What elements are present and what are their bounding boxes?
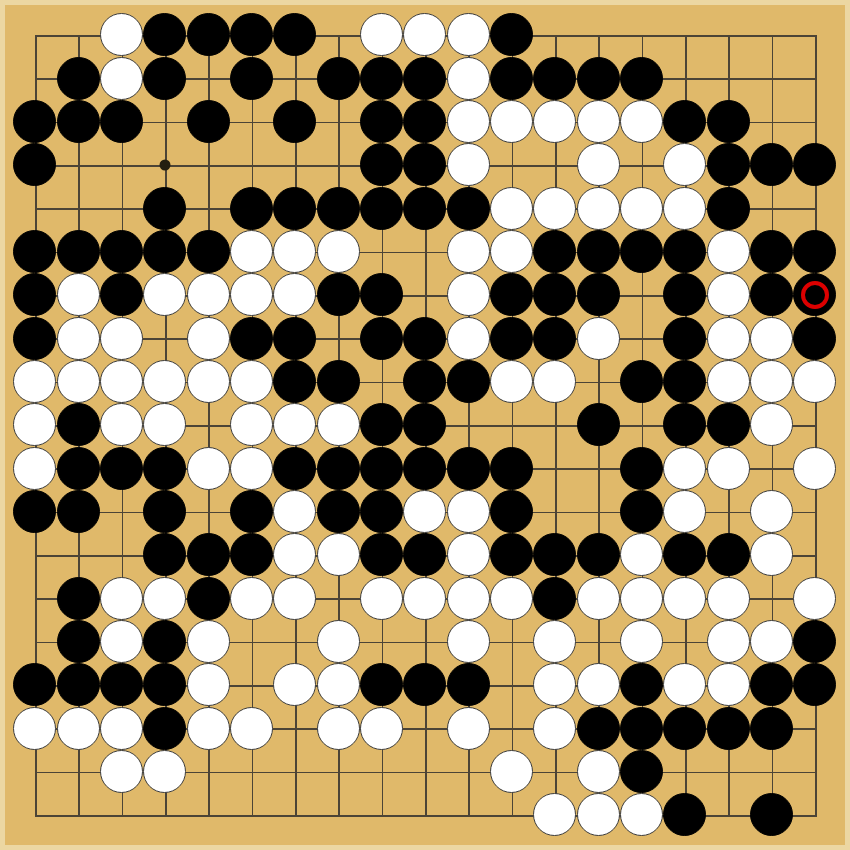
black-stone — [663, 273, 706, 316]
board-intersection[interactable] — [707, 490, 750, 533]
board-intersection[interactable] — [143, 793, 186, 836]
board-intersection[interactable] — [620, 143, 663, 186]
board-point — [13, 360, 56, 403]
board-point — [663, 793, 706, 836]
board-intersection[interactable] — [577, 447, 620, 490]
black-stone — [620, 663, 663, 706]
black-stone — [273, 13, 316, 56]
black-stone — [100, 100, 143, 143]
white-stone — [533, 663, 576, 706]
board-intersection[interactable] — [230, 143, 273, 186]
black-stone — [360, 143, 403, 186]
board-point — [620, 490, 663, 533]
board-point — [707, 273, 750, 316]
board-point — [273, 100, 316, 143]
board-point — [57, 447, 100, 490]
board-point — [707, 230, 750, 273]
white-stone — [187, 317, 230, 360]
board-point — [663, 577, 706, 620]
white-stone — [317, 230, 360, 273]
board-point — [447, 447, 490, 490]
white-stone — [707, 577, 750, 620]
board-intersection[interactable] — [663, 620, 706, 663]
board-point — [577, 707, 620, 750]
board-intersection[interactable] — [187, 143, 230, 186]
board-point — [187, 273, 230, 316]
board-intersection[interactable] — [750, 57, 793, 100]
white-stone — [533, 360, 576, 403]
board-intersection[interactable] — [750, 577, 793, 620]
black-stone — [663, 707, 706, 750]
black-stone — [143, 533, 186, 576]
black-stone — [750, 143, 793, 186]
board-intersection[interactable] — [447, 403, 490, 446]
board-intersection[interactable] — [360, 750, 403, 793]
board-intersection[interactable] — [577, 13, 620, 56]
board-intersection[interactable] — [663, 57, 706, 100]
board-point — [490, 13, 533, 56]
board-intersection[interactable] — [620, 403, 663, 446]
board-intersection[interactable] — [13, 187, 56, 230]
board-intersection[interactable] — [317, 13, 360, 56]
board-point — [750, 533, 793, 576]
black-stone — [273, 317, 316, 360]
board-intersection[interactable] — [360, 230, 403, 273]
board-intersection[interactable] — [620, 273, 663, 316]
board-point — [577, 750, 620, 793]
board-intersection[interactable] — [187, 490, 230, 533]
board-intersection[interactable] — [317, 750, 360, 793]
black-stone — [577, 707, 620, 750]
white-stone — [403, 13, 446, 56]
board-intersection[interactable] — [13, 750, 56, 793]
board-intersection[interactable] — [317, 577, 360, 620]
board-intersection[interactable] — [793, 57, 836, 100]
black-stone — [793, 273, 836, 316]
board-intersection[interactable] — [620, 13, 663, 56]
board-intersection[interactable] — [360, 620, 403, 663]
board-intersection[interactable] — [57, 13, 100, 56]
board-intersection[interactable] — [403, 793, 446, 836]
board-intersection[interactable] — [533, 490, 576, 533]
board-point — [663, 490, 706, 533]
black-stone — [663, 100, 706, 143]
white-stone — [273, 577, 316, 620]
board-point — [230, 273, 273, 316]
white-stone — [577, 100, 620, 143]
black-stone — [360, 447, 403, 490]
board-point — [577, 793, 620, 836]
board-intersection[interactable] — [793, 490, 836, 533]
board-intersection[interactable] — [273, 143, 316, 186]
board-intersection[interactable] — [707, 750, 750, 793]
board-point — [57, 317, 100, 360]
board-point — [143, 360, 186, 403]
board-point — [403, 13, 446, 56]
board-intersection[interactable] — [13, 57, 56, 100]
board-point — [447, 663, 490, 706]
black-stone — [620, 447, 663, 490]
board-point — [793, 317, 836, 360]
board-point — [403, 447, 446, 490]
board-intersection[interactable] — [707, 13, 750, 56]
board-point — [143, 57, 186, 100]
board-point — [360, 403, 403, 446]
board-point — [317, 230, 360, 273]
board-point — [533, 187, 576, 230]
board-point — [100, 57, 143, 100]
black-stone — [793, 663, 836, 706]
board-point — [663, 403, 706, 446]
black-stone — [533, 57, 576, 100]
white-stone — [750, 533, 793, 576]
board-intersection[interactable] — [100, 533, 143, 576]
white-stone — [577, 793, 620, 836]
board-intersection[interactable] — [143, 100, 186, 143]
board-intersection[interactable] — [533, 447, 576, 490]
board-intersection[interactable] — [13, 793, 56, 836]
board-point — [143, 230, 186, 273]
board-point — [273, 577, 316, 620]
white-stone — [707, 317, 750, 360]
board-intersection[interactable] — [317, 317, 360, 360]
board-point — [663, 100, 706, 143]
board-intersection[interactable] — [577, 620, 620, 663]
black-stone — [57, 447, 100, 490]
board-intersection[interactable] — [403, 230, 446, 273]
black-stone — [360, 100, 403, 143]
board-point — [447, 57, 490, 100]
black-stone — [57, 620, 100, 663]
board-point — [317, 447, 360, 490]
board-intersection[interactable] — [100, 793, 143, 836]
black-stone — [403, 100, 446, 143]
board-point — [317, 707, 360, 750]
white-stone — [57, 273, 100, 316]
board-point — [187, 577, 230, 620]
board-point — [230, 187, 273, 230]
black-stone — [490, 490, 533, 533]
black-stone — [663, 403, 706, 446]
board-point — [230, 230, 273, 273]
board-intersection[interactable] — [707, 57, 750, 100]
board-intersection[interactable] — [187, 187, 230, 230]
board-intersection[interactable] — [490, 663, 533, 706]
black-stone — [403, 143, 446, 186]
black-stone — [13, 230, 56, 273]
board-point — [663, 143, 706, 186]
white-stone — [707, 620, 750, 663]
board-point — [403, 663, 446, 706]
board-point — [57, 663, 100, 706]
board-point — [187, 533, 230, 576]
board-intersection[interactable] — [793, 187, 836, 230]
white-stone — [750, 360, 793, 403]
black-stone — [533, 317, 576, 360]
white-stone — [57, 360, 100, 403]
board-intersection[interactable] — [187, 750, 230, 793]
board-intersection[interactable] — [360, 793, 403, 836]
board-point — [663, 360, 706, 403]
board-intersection[interactable] — [533, 143, 576, 186]
board-intersection[interactable] — [663, 13, 706, 56]
board-point — [793, 447, 836, 490]
board-point — [360, 273, 403, 316]
board-intersection[interactable] — [793, 403, 836, 446]
white-stone — [403, 490, 446, 533]
black-stone — [230, 317, 273, 360]
board-point — [533, 707, 576, 750]
board-point — [143, 750, 186, 793]
white-stone — [663, 447, 706, 490]
black-stone — [533, 533, 576, 576]
board-point — [57, 490, 100, 533]
board-point — [13, 403, 56, 446]
board-point — [707, 663, 750, 706]
board-intersection[interactable] — [403, 707, 446, 750]
board-intersection[interactable] — [793, 707, 836, 750]
board-point — [13, 317, 56, 360]
board-intersection[interactable] — [447, 793, 490, 836]
white-stone — [620, 533, 663, 576]
black-stone — [143, 620, 186, 663]
board-intersection[interactable] — [187, 403, 230, 446]
white-stone — [187, 620, 230, 663]
white-stone — [663, 187, 706, 230]
board-point — [577, 273, 620, 316]
go-board — [0, 0, 850, 850]
board-intersection[interactable] — [403, 273, 446, 316]
black-stone — [100, 230, 143, 273]
board-intersection[interactable] — [663, 750, 706, 793]
black-stone — [707, 533, 750, 576]
board-point — [143, 447, 186, 490]
board-point — [317, 273, 360, 316]
board-intersection[interactable] — [143, 143, 186, 186]
board-intersection[interactable] — [187, 793, 230, 836]
black-stone — [620, 360, 663, 403]
board-intersection[interactable] — [57, 793, 100, 836]
board-intersection[interactable] — [490, 620, 533, 663]
black-stone — [750, 707, 793, 750]
board-intersection[interactable] — [403, 750, 446, 793]
white-stone — [577, 750, 620, 793]
white-stone — [533, 707, 576, 750]
board-intersection[interactable] — [403, 620, 446, 663]
black-stone — [57, 230, 100, 273]
black-stone — [533, 577, 576, 620]
board-intersection[interactable] — [490, 793, 533, 836]
board-intersection[interactable] — [100, 490, 143, 533]
board-point — [100, 13, 143, 56]
board-intersection[interactable] — [230, 793, 273, 836]
white-stone — [663, 490, 706, 533]
board-point — [533, 620, 576, 663]
board-point — [187, 100, 230, 143]
white-stone — [360, 707, 403, 750]
white-stone — [533, 620, 576, 663]
board-intersection[interactable] — [533, 403, 576, 446]
board-intersection[interactable] — [13, 533, 56, 576]
board-intersection[interactable] — [317, 143, 360, 186]
white-stone — [100, 317, 143, 360]
board-point — [447, 620, 490, 663]
board-intersection[interactable] — [273, 57, 316, 100]
board-intersection[interactable] — [750, 447, 793, 490]
black-stone — [577, 273, 620, 316]
board-intersection[interactable] — [57, 187, 100, 230]
board-intersection[interactable] — [447, 750, 490, 793]
black-stone — [707, 707, 750, 750]
board-point — [577, 577, 620, 620]
white-stone — [577, 187, 620, 230]
board-intersection[interactable] — [750, 750, 793, 793]
board-intersection[interactable] — [230, 750, 273, 793]
black-stone — [143, 57, 186, 100]
black-stone — [273, 447, 316, 490]
board-point — [750, 273, 793, 316]
black-stone — [663, 317, 706, 360]
board-point — [143, 403, 186, 446]
board-point — [360, 100, 403, 143]
black-stone — [360, 273, 403, 316]
board-point — [100, 663, 143, 706]
board-point — [100, 577, 143, 620]
white-stone — [317, 707, 360, 750]
board-point — [707, 447, 750, 490]
board-point — [620, 620, 663, 663]
board-point — [403, 490, 446, 533]
board-intersection[interactable] — [750, 187, 793, 230]
board-intersection[interactable] — [317, 100, 360, 143]
black-stone — [403, 447, 446, 490]
board-point — [490, 447, 533, 490]
board-intersection[interactable] — [360, 360, 403, 403]
board-intersection[interactable] — [273, 620, 316, 663]
black-stone — [317, 57, 360, 100]
board-intersection[interactable] — [750, 100, 793, 143]
white-stone — [750, 490, 793, 533]
board-intersection[interactable] — [100, 187, 143, 230]
black-stone — [317, 447, 360, 490]
black-stone — [707, 187, 750, 230]
board-point — [793, 663, 836, 706]
board-intersection[interactable] — [793, 100, 836, 143]
board-point — [490, 100, 533, 143]
board-point — [707, 143, 750, 186]
board-intersection[interactable] — [533, 13, 576, 56]
board-point — [403, 533, 446, 576]
board-point — [273, 360, 316, 403]
board-point — [707, 707, 750, 750]
board-intersection[interactable] — [707, 793, 750, 836]
board-intersection[interactable] — [577, 490, 620, 533]
board-point — [707, 620, 750, 663]
board-point — [100, 707, 143, 750]
white-stone — [447, 490, 490, 533]
board-intersection[interactable] — [620, 317, 663, 360]
board-point — [663, 230, 706, 273]
white-stone — [490, 750, 533, 793]
board-point — [533, 533, 576, 576]
board-point — [57, 57, 100, 100]
black-stone — [230, 490, 273, 533]
board-intersection[interactable] — [793, 13, 836, 56]
board-point — [750, 707, 793, 750]
board-point — [57, 360, 100, 403]
board-intersection[interactable] — [57, 750, 100, 793]
board-intersection[interactable] — [750, 13, 793, 56]
board-intersection[interactable] — [100, 143, 143, 186]
board-point — [143, 13, 186, 56]
white-stone — [230, 447, 273, 490]
black-stone — [533, 273, 576, 316]
board-intersection[interactable] — [317, 793, 360, 836]
white-stone — [793, 577, 836, 620]
board-intersection[interactable] — [13, 577, 56, 620]
board-intersection[interactable] — [143, 317, 186, 360]
black-stone — [57, 403, 100, 446]
board-intersection[interactable] — [793, 750, 836, 793]
black-stone — [273, 100, 316, 143]
board-intersection[interactable] — [273, 707, 316, 750]
board-intersection[interactable] — [13, 13, 56, 56]
black-stone — [230, 187, 273, 230]
board-intersection[interactable] — [187, 57, 230, 100]
board-point — [490, 490, 533, 533]
black-stone — [13, 143, 56, 186]
board-intersection[interactable] — [230, 620, 273, 663]
board-intersection[interactable] — [273, 750, 316, 793]
board-point — [317, 490, 360, 533]
white-stone — [360, 577, 403, 620]
board-intersection[interactable] — [577, 360, 620, 403]
board-intersection[interactable] — [57, 533, 100, 576]
board-intersection[interactable] — [230, 100, 273, 143]
board-intersection[interactable] — [490, 143, 533, 186]
board-point — [663, 533, 706, 576]
board-intersection[interactable] — [13, 620, 56, 663]
black-stone — [57, 100, 100, 143]
board-intersection[interactable] — [793, 533, 836, 576]
board-point — [663, 317, 706, 360]
board-intersection[interactable] — [793, 793, 836, 836]
board-intersection[interactable] — [490, 403, 533, 446]
board-point — [273, 317, 316, 360]
board-point — [620, 793, 663, 836]
black-stone — [750, 793, 793, 836]
white-stone — [230, 230, 273, 273]
board-point — [230, 447, 273, 490]
board-point — [273, 663, 316, 706]
board-intersection[interactable] — [490, 707, 533, 750]
white-stone — [13, 707, 56, 750]
board-point — [403, 143, 446, 186]
board-intersection[interactable] — [57, 143, 100, 186]
board-intersection[interactable] — [273, 793, 316, 836]
board-point — [620, 663, 663, 706]
board-point — [317, 620, 360, 663]
white-stone — [360, 13, 403, 56]
board-point — [360, 13, 403, 56]
white-stone — [490, 100, 533, 143]
board-intersection[interactable] — [533, 750, 576, 793]
board-intersection[interactable] — [230, 663, 273, 706]
board-point — [707, 577, 750, 620]
board-point — [273, 447, 316, 490]
white-stone — [13, 360, 56, 403]
black-stone — [360, 317, 403, 360]
